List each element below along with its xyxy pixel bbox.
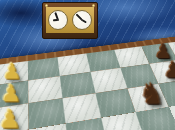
chess-scene: ♜♟♟♜♞♟♟♝♟♞♟♝♛♟♟♛♚♟♟♚♝♟♞♟♝♟♟♞♜♟♟♜: [0, 0, 175, 130]
white-pawn-c2[interactable]: ♟: [0, 107, 28, 130]
square-c6[interactable]: ♞: [127, 84, 168, 113]
white-pawn-b2[interactable]: ♟: [0, 82, 28, 105]
chess-board: ♜♟♟♜♞♟♟♝♟♞♟♝♛♟♟♛♚♟♟♚♝♟♞♟♝♟♟♞♜♟♟♜: [0, 40, 175, 130]
square-d6[interactable]: [136, 107, 175, 130]
clock-left-pin: [57, 19, 59, 21]
board-perspective-scene: ♜♟♟♜♞♟♟♝♟♞♟♝♛♟♟♛♚♟♟♚♝♟♞♟♝♟♟♞♜♟♟♜: [0, 22, 175, 130]
square-c2[interactable]: ♟: [0, 103, 29, 130]
board-wood-frame: ♜♟♟♜♞♟♟♝♟♞♟♝♛♟♟♛♚♟♟♚♝♟♞♟♝♟♟♞♜♟♟♜: [0, 34, 175, 130]
square-d5[interactable]: [101, 112, 145, 130]
black-knight-c6[interactable]: ♞: [135, 80, 170, 108]
board-tilt-wrapper: ♜♟♟♜♞♟♟♝♟♞♟♝♛♟♟♛♚♟♟♚♝♟♞♟♝♟♟♞♜♟♟♜: [0, 34, 175, 130]
clock-right-pin: [81, 19, 83, 21]
